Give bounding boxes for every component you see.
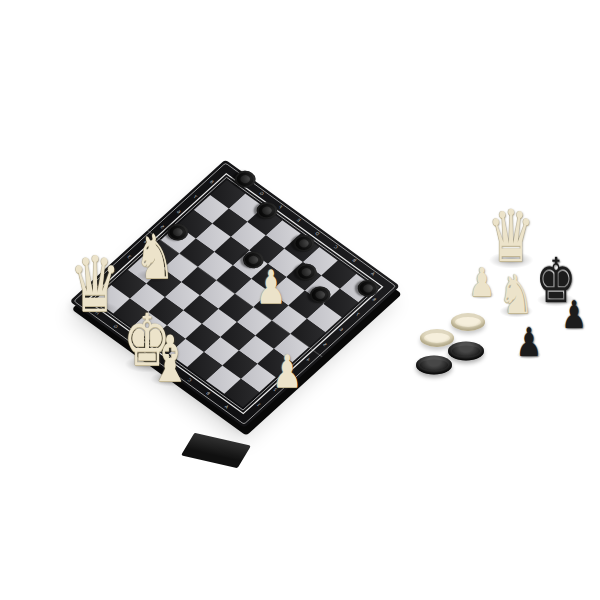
white-checker-disc (420, 329, 454, 347)
white-pawn-shadow (470, 290, 495, 299)
white-queen-shadow (71, 301, 119, 319)
white-queen-spare-shadow (489, 252, 534, 269)
white-knight-shadow (499, 305, 533, 318)
black-pawn-shadow (517, 350, 542, 359)
product-photo-scene: AABBCCDDEEFFGGHH1122334455667788 ♛♞♚♝♟♟♛… (0, 0, 600, 600)
white-pawn-shadow (273, 381, 301, 392)
white-checker-disc (451, 313, 485, 331)
white-pawn-shadow (257, 296, 286, 307)
white-king-shadow (125, 356, 170, 373)
board-clasp (181, 433, 251, 469)
chessboard: AABBCCDDEEFFGGHH1122334455667788 (70, 160, 400, 428)
white-bishop-shadow (150, 372, 190, 387)
black-pawn-shadow (562, 322, 586, 331)
black-king-shadow (537, 293, 575, 307)
black-checker-disc (416, 356, 452, 375)
black-checker-disc (448, 342, 484, 361)
